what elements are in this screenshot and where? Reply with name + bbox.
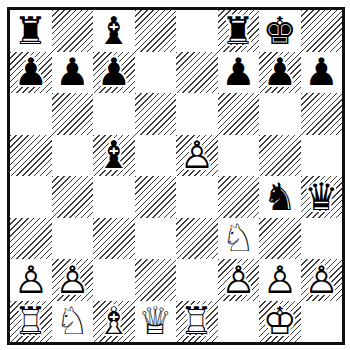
- piece-black-rook[interactable]: ♜: [218, 10, 260, 52]
- square-f5[interactable]: [218, 135, 260, 177]
- black-piece-fill: ♜: [218, 10, 260, 52]
- black-piece-fill: ♟: [52, 52, 94, 94]
- white-piece-outline: ♙: [52, 259, 94, 301]
- square-h4[interactable]: ♛: [301, 176, 343, 218]
- black-piece-fill: ♟: [259, 52, 301, 94]
- piece-white-pawn[interactable]: ♟♙: [218, 259, 260, 301]
- square-a7[interactable]: ♟: [10, 52, 52, 94]
- square-a1[interactable]: ♜♖: [10, 301, 52, 343]
- square-a2[interactable]: ♟♙: [10, 259, 52, 301]
- chess-board: ♜♝♜♚♟♟♟♟♟♟♝♟♙♞♛♞♘♟♙♟♙♟♙♟♙♟♙♜♖♞♘♝♗♛♕♜♖♚♔: [7, 7, 345, 345]
- square-a8[interactable]: ♜: [10, 10, 52, 52]
- piece-white-pawn[interactable]: ♟♙: [52, 259, 94, 301]
- piece-white-bishop[interactable]: ♝♗: [93, 301, 135, 343]
- square-d3[interactable]: [135, 218, 177, 260]
- black-piece-fill: ♞: [259, 176, 301, 218]
- white-piece-outline: ♘: [218, 218, 260, 260]
- square-f7[interactable]: ♟: [218, 52, 260, 94]
- square-b5[interactable]: [52, 135, 94, 177]
- square-d6[interactable]: [135, 93, 177, 135]
- white-piece-outline: ♙: [218, 259, 260, 301]
- square-e5[interactable]: ♟♙: [176, 135, 218, 177]
- square-b6[interactable]: [52, 93, 94, 135]
- square-h8[interactable]: [301, 10, 343, 52]
- square-d7[interactable]: [135, 52, 177, 94]
- piece-black-pawn[interactable]: ♟: [52, 52, 94, 94]
- square-e2[interactable]: [176, 259, 218, 301]
- piece-black-pawn[interactable]: ♟: [218, 52, 260, 94]
- piece-black-rook[interactable]: ♜: [10, 10, 52, 52]
- black-piece-fill: ♝: [93, 135, 135, 177]
- square-c4[interactable]: [93, 176, 135, 218]
- square-d1[interactable]: ♛♕: [135, 301, 177, 343]
- square-c8[interactable]: ♝: [93, 10, 135, 52]
- square-f8[interactable]: ♜: [218, 10, 260, 52]
- black-piece-fill: ♛: [301, 176, 343, 218]
- piece-white-queen[interactable]: ♛♕: [135, 301, 177, 343]
- square-g7[interactable]: ♟: [259, 52, 301, 94]
- black-piece-fill: ♟: [93, 52, 135, 94]
- square-f2[interactable]: ♟♙: [218, 259, 260, 301]
- piece-white-rook[interactable]: ♜♖: [176, 301, 218, 343]
- piece-white-knight[interactable]: ♞♘: [218, 218, 260, 260]
- square-c6[interactable]: [93, 93, 135, 135]
- square-e1[interactable]: ♜♖: [176, 301, 218, 343]
- square-e7[interactable]: [176, 52, 218, 94]
- white-piece-outline: ♘: [52, 301, 94, 343]
- square-b7[interactable]: ♟: [52, 52, 94, 94]
- piece-black-pawn[interactable]: ♟: [301, 52, 343, 94]
- square-f3[interactable]: ♞♘: [218, 218, 260, 260]
- square-g8[interactable]: ♚: [259, 10, 301, 52]
- square-h1[interactable]: [301, 301, 343, 343]
- square-c2[interactable]: [93, 259, 135, 301]
- white-piece-outline: ♙: [301, 259, 343, 301]
- square-a4[interactable]: [10, 176, 52, 218]
- black-piece-fill: ♟: [301, 52, 343, 94]
- square-d4[interactable]: [135, 176, 177, 218]
- square-h6[interactable]: [301, 93, 343, 135]
- piece-white-pawn[interactable]: ♟♙: [301, 259, 343, 301]
- square-b2[interactable]: ♟♙: [52, 259, 94, 301]
- square-f1[interactable]: [218, 301, 260, 343]
- square-a5[interactable]: [10, 135, 52, 177]
- black-piece-fill: ♟: [218, 52, 260, 94]
- piece-black-king[interactable]: ♚: [259, 10, 301, 52]
- piece-black-pawn[interactable]: ♟: [10, 52, 52, 94]
- piece-white-pawn[interactable]: ♟♙: [259, 259, 301, 301]
- square-c7[interactable]: ♟: [93, 52, 135, 94]
- square-g1[interactable]: ♚♔: [259, 301, 301, 343]
- square-d5[interactable]: [135, 135, 177, 177]
- piece-black-pawn[interactable]: ♟: [259, 52, 301, 94]
- square-f6[interactable]: [218, 93, 260, 135]
- white-piece-outline: ♙: [176, 135, 218, 177]
- square-g4[interactable]: ♞: [259, 176, 301, 218]
- square-d2[interactable]: [135, 259, 177, 301]
- piece-black-knight[interactable]: ♞: [259, 176, 301, 218]
- square-f4[interactable]: [218, 176, 260, 218]
- white-piece-outline: ♕: [135, 301, 177, 343]
- piece-black-pawn[interactable]: ♟: [93, 52, 135, 94]
- square-h2[interactable]: ♟♙: [301, 259, 343, 301]
- white-piece-outline: ♗: [93, 301, 135, 343]
- square-c1[interactable]: ♝♗: [93, 301, 135, 343]
- piece-black-bishop[interactable]: ♝: [93, 10, 135, 52]
- piece-white-pawn[interactable]: ♟♙: [10, 259, 52, 301]
- square-b8[interactable]: [52, 10, 94, 52]
- black-piece-fill: ♝: [93, 10, 135, 52]
- white-piece-outline: ♙: [259, 259, 301, 301]
- square-h3[interactable]: [301, 218, 343, 260]
- square-e8[interactable]: [176, 10, 218, 52]
- square-d8[interactable]: [135, 10, 177, 52]
- square-a6[interactable]: [10, 93, 52, 135]
- white-piece-outline: ♙: [10, 259, 52, 301]
- square-c3[interactable]: [93, 218, 135, 260]
- black-piece-fill: ♟: [10, 52, 52, 94]
- piece-black-queen[interactable]: ♛: [301, 176, 343, 218]
- square-g3[interactable]: [259, 218, 301, 260]
- square-b1[interactable]: ♞♘: [52, 301, 94, 343]
- square-h7[interactable]: ♟: [301, 52, 343, 94]
- black-piece-fill: ♜: [10, 10, 52, 52]
- piece-white-king[interactable]: ♚♔: [259, 301, 301, 343]
- white-piece-outline: ♖: [10, 301, 52, 343]
- square-e6[interactable]: [176, 93, 218, 135]
- square-g2[interactable]: ♟♙: [259, 259, 301, 301]
- square-a3[interactable]: [10, 218, 52, 260]
- square-e4[interactable]: [176, 176, 218, 218]
- square-b3[interactable]: [52, 218, 94, 260]
- square-b4[interactable]: [52, 176, 94, 218]
- square-e3[interactable]: [176, 218, 218, 260]
- piece-white-knight[interactable]: ♞♘: [52, 301, 94, 343]
- piece-black-bishop[interactable]: ♝: [93, 135, 135, 177]
- piece-white-rook[interactable]: ♜♖: [10, 301, 52, 343]
- square-g5[interactable]: [259, 135, 301, 177]
- piece-white-pawn[interactable]: ♟♙: [176, 135, 218, 177]
- square-h5[interactable]: [301, 135, 343, 177]
- square-g6[interactable]: [259, 93, 301, 135]
- square-c5[interactable]: ♝: [93, 135, 135, 177]
- black-piece-fill: ♚: [259, 10, 301, 52]
- white-piece-outline: ♔: [259, 301, 301, 343]
- diagram-page: ♜♝♜♚♟♟♟♟♟♟♝♟♙♞♛♞♘♟♙♟♙♟♙♟♙♟♙♜♖♞♘♝♗♛♕♜♖♚♔: [0, 0, 350, 350]
- white-piece-outline: ♖: [176, 301, 218, 343]
